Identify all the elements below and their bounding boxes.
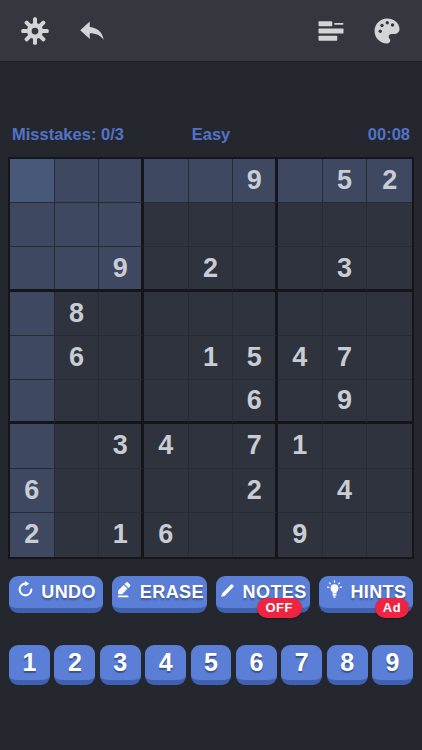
cell-r6c3[interactable] [99,380,144,424]
cell-r8c9[interactable] [367,469,412,513]
erase-label: ERASE [140,582,204,603]
cell-r1c7[interactable] [278,159,323,203]
cell-r5c7[interactable]: 4 [278,336,323,380]
notes-button[interactable]: NOTES OFF [216,576,310,613]
cell-r6c6[interactable]: 6 [233,380,278,424]
cell-r5c5[interactable]: 1 [189,336,234,380]
cell-r1c8[interactable]: 5 [323,159,368,203]
cell-r9c1[interactable]: 2 [10,513,55,557]
numpad-8[interactable]: 8 [327,645,368,685]
numpad-2[interactable]: 2 [54,645,95,685]
settings-button[interactable] [16,12,54,50]
cell-r4c8[interactable] [323,292,368,336]
hints-button[interactable]: HINTS Ad [319,576,413,613]
cell-r1c3[interactable] [99,159,144,203]
cell-r9c8[interactable] [323,513,368,557]
cell-r8c2[interactable] [55,469,100,513]
number-pad: 1 2 3 4 5 6 7 8 9 [9,645,413,685]
cell-r9c4[interactable]: 6 [144,513,189,557]
app-screen: Misstakes: 0/3 Easy 00:08 95292386154769… [0,0,422,750]
erase-icon [115,580,134,604]
cell-r7c6[interactable]: 7 [233,424,278,468]
cell-r3c6[interactable] [233,247,278,291]
cell-r5c1[interactable] [10,336,55,380]
numpad-9[interactable]: 9 [372,645,413,685]
cell-r3c4[interactable] [144,247,189,291]
cell-r2c1[interactable] [10,203,55,247]
cell-r9c7[interactable]: 9 [278,513,323,557]
cell-r3c7[interactable] [278,247,323,291]
cell-r7c4[interactable]: 4 [144,424,189,468]
cell-r3c9[interactable] [367,247,412,291]
cell-r6c2[interactable] [55,380,100,424]
back-button[interactable] [72,12,112,50]
cell-r4c3[interactable] [99,292,144,336]
cell-r2c8[interactable] [323,203,368,247]
cell-r8c8[interactable]: 4 [323,469,368,513]
cell-r8c6[interactable]: 2 [233,469,278,513]
settings-gear-icon [20,16,50,46]
cell-r6c1[interactable] [10,380,55,424]
undo-icon [16,580,35,604]
cell-r9c6[interactable] [233,513,278,557]
notes-pencil-icon [219,581,237,604]
cell-r8c4[interactable] [144,469,189,513]
hints-bulb-icon [325,580,344,604]
sudoku-board[interactable]: 9529238615476934716242169 [8,157,414,559]
cell-r6c4[interactable] [144,380,189,424]
cell-r5c3[interactable] [99,336,144,380]
numpad-1[interactable]: 1 [9,645,50,685]
cell-r7c3[interactable]: 3 [99,424,144,468]
cell-r3c8[interactable]: 3 [323,247,368,291]
undo-button[interactable]: UNDO [9,576,103,613]
cell-r1c6[interactable]: 9 [233,159,278,203]
action-toolbar: UNDO ERASE NOTES OFF [9,576,413,613]
cell-r2c2[interactable] [55,203,100,247]
cell-r7c8[interactable] [323,424,368,468]
cell-r1c5[interactable] [189,159,234,203]
cell-r7c5[interactable] [189,424,234,468]
cell-r4c7[interactable] [278,292,323,336]
cell-r6c7[interactable] [278,380,323,424]
cell-r1c1[interactable] [10,159,55,203]
cell-r3c3[interactable]: 9 [99,247,144,291]
cell-r6c5[interactable] [189,380,234,424]
cell-r4c2[interactable]: 8 [55,292,100,336]
cell-r8c5[interactable] [189,469,234,513]
cell-r3c2[interactable] [55,247,100,291]
cell-r4c4[interactable] [144,292,189,336]
undo-label: UNDO [41,582,96,603]
numpad-3[interactable]: 3 [100,645,141,685]
cell-r4c9[interactable] [367,292,412,336]
cell-r5c9[interactable] [367,336,412,380]
cell-r8c1[interactable]: 6 [10,469,55,513]
cell-r2c5[interactable] [189,203,234,247]
cell-r1c9[interactable]: 2 [367,159,412,203]
notes-off-badge: OFF [257,598,302,618]
difficulty-label: Easy [12,125,410,144]
cell-r7c2[interactable] [55,424,100,468]
cell-r5c8[interactable]: 7 [323,336,368,380]
cell-r5c2[interactable]: 6 [55,336,100,380]
cell-r7c9[interactable] [367,424,412,468]
cell-r3c5[interactable]: 2 [189,247,234,291]
cell-r8c7[interactable] [278,469,323,513]
stats-bars-icon [316,16,346,46]
cell-r1c4[interactable] [144,159,189,203]
cell-r7c1[interactable] [10,424,55,468]
cell-r9c5[interactable] [189,513,234,557]
cell-r2c4[interactable] [144,203,189,247]
numpad-5[interactable]: 5 [191,645,232,685]
stats-button[interactable] [312,12,350,50]
cell-r5c4[interactable] [144,336,189,380]
numpad-6[interactable]: 6 [236,645,277,685]
hints-ad-badge: Ad [375,598,409,618]
erase-button[interactable]: ERASE [112,576,206,613]
top-bar [0,0,422,62]
cell-r5c6[interactable]: 5 [233,336,278,380]
theme-button[interactable] [368,12,406,50]
cell-r4c6[interactable] [233,292,278,336]
status-row: Misstakes: 0/3 Easy 00:08 [12,121,410,147]
cell-r7c7[interactable]: 1 [278,424,323,468]
cell-r2c6[interactable] [233,203,278,247]
cell-r6c8[interactable]: 9 [323,380,368,424]
numpad-4[interactable]: 4 [145,645,186,685]
back-arrow-icon [76,16,108,46]
cell-r4c5[interactable] [189,292,234,336]
cell-r2c7[interactable] [278,203,323,247]
numpad-7[interactable]: 7 [281,645,322,685]
cell-r3c1[interactable] [10,247,55,291]
cell-r2c3[interactable] [99,203,144,247]
cell-r9c3[interactable]: 1 [99,513,144,557]
cell-r2c9[interactable] [367,203,412,247]
cell-r1c2[interactable] [55,159,100,203]
cell-r8c3[interactable] [99,469,144,513]
cell-r9c2[interactable] [55,513,100,557]
theme-palette-icon [372,16,402,46]
cell-r6c9[interactable] [367,380,412,424]
cell-r9c9[interactable] [367,513,412,557]
cell-r4c1[interactable] [10,292,55,336]
